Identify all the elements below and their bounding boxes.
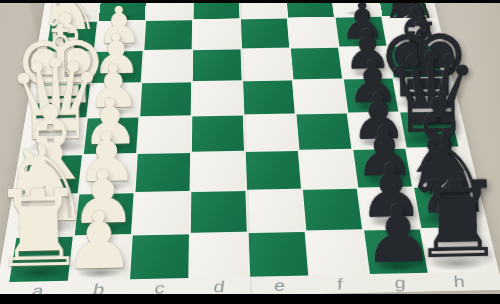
square-g1: ♟ — [364, 229, 428, 274]
square-f2 — [303, 189, 362, 231]
square-b1: ♟ — [70, 236, 131, 281]
square-c8 — [146, 3, 192, 20]
square-d2 — [191, 191, 247, 233]
square-d1 — [190, 233, 248, 278]
square-c2 — [133, 192, 190, 234]
white-pawn-b1: ♟ — [62, 203, 135, 277]
square-d8 — [194, 3, 240, 19]
black-pawn-g1: ♟ — [362, 197, 434, 271]
file-label-g: g — [370, 274, 430, 291]
square-c4 — [138, 117, 191, 153]
square-f4 — [296, 114, 351, 150]
square-d4 — [192, 116, 244, 152]
square-e2 — [247, 190, 304, 232]
file-label-c: c — [127, 280, 190, 294]
square-e8 — [240, 3, 287, 18]
letterbox-top — [0, 0, 500, 3]
file-label-f: f — [309, 276, 369, 293]
file-label-b: b — [67, 281, 131, 294]
square-d6 — [193, 49, 242, 81]
square-c1 — [130, 234, 189, 279]
square-c7 — [144, 20, 192, 50]
photo-background: abcdefgh ♜♟♟♜♞♟♟♞♝♟♟♝♚♟♟♚♛♟♟♛♝♟♟♝♞♟♟♞♜♟♟… — [0, 3, 500, 294]
file-label-h: h — [429, 273, 490, 290]
square-f8 — [286, 3, 334, 17]
square-e6 — [242, 49, 292, 81]
square-e4 — [244, 115, 297, 151]
letterbox-bottom — [0, 294, 500, 304]
square-e3 — [246, 151, 301, 190]
chess-board: abcdefgh ♜♟♟♜♞♟♟♞♝♟♟♝♚♟♟♚♛♟♟♛♝♟♟♝♞♟♟♞♜♟♟… — [0, 3, 500, 294]
file-label-a: a — [5, 282, 70, 294]
square-c6 — [142, 50, 191, 82]
square-c5 — [140, 82, 191, 116]
square-f3 — [300, 150, 357, 189]
photo-frame: abcdefgh ♜♟♟♜♞♟♟♞♝♟♟♝♚♟♟♚♛♟♟♛♝♟♟♝♞♟♟♞♜♟♟… — [0, 0, 500, 304]
square-d3 — [191, 152, 245, 191]
square-f6 — [291, 48, 342, 80]
square-c3 — [135, 153, 190, 192]
file-label-d: d — [188, 278, 250, 294]
board-squares: ♜♟♟♜♞♟♟♞♝♟♟♝♚♟♟♚♛♟♟♛♝♟♟♝♞♟♟♞♜♟♟♜ — [9, 3, 487, 282]
square-e7 — [241, 18, 289, 48]
square-e5 — [243, 80, 294, 114]
square-d7 — [193, 19, 240, 49]
square-d5 — [192, 81, 242, 115]
square-f7 — [288, 18, 338, 48]
square-f1 — [306, 231, 368, 276]
square-e1 — [249, 232, 309, 277]
file-label-e: e — [249, 277, 310, 294]
square-f5 — [294, 80, 347, 114]
